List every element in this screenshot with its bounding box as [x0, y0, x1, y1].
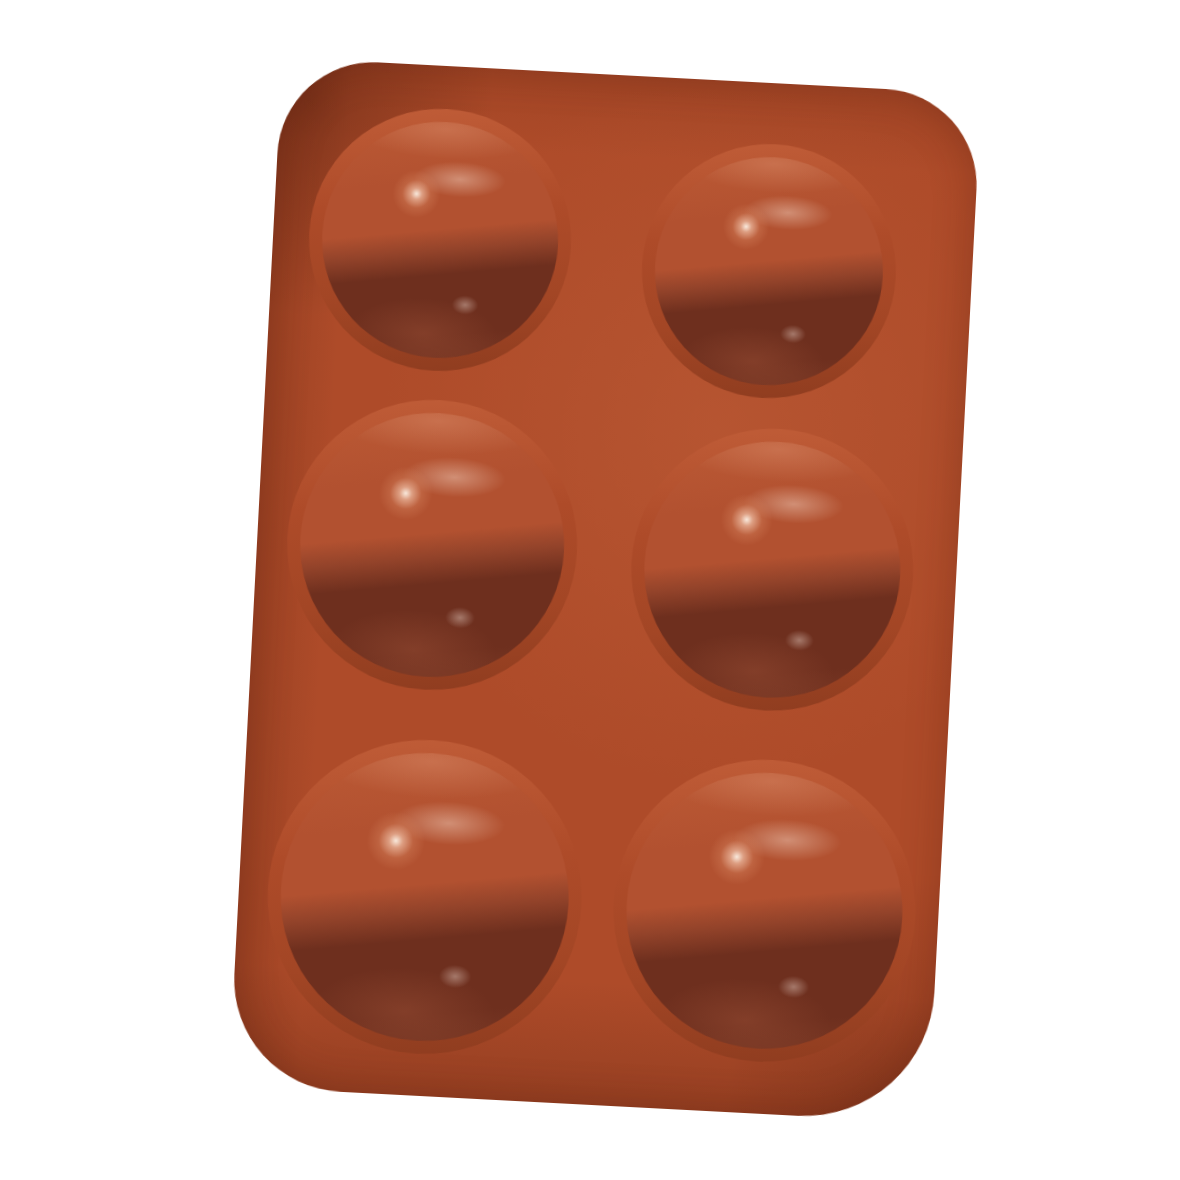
hemisphere-cavity-r3c1	[260, 732, 590, 1062]
cavity-dome	[293, 406, 570, 683]
hemisphere-cavity-r2c2	[624, 422, 920, 718]
silicone-mold	[229, 57, 982, 1122]
product-photo-background	[0, 0, 1180, 1180]
cavity-dome	[273, 746, 576, 1049]
cavity-dome	[619, 766, 909, 1056]
cavity-dome	[638, 435, 907, 704]
cavity-dome	[316, 116, 564, 364]
hemisphere-cavity-r1c1	[302, 102, 577, 377]
hemisphere-cavity-r2c1	[280, 393, 585, 698]
hemisphere-cavity-r1c2	[635, 138, 902, 405]
cavity-dome	[649, 151, 889, 391]
hemisphere-cavity-r3c2	[606, 752, 923, 1069]
